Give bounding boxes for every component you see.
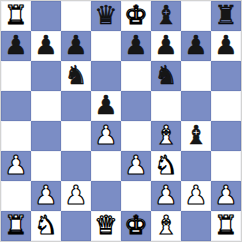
piece-black-pawn[interactable]: ♟ bbox=[94, 91, 117, 120]
square-g6[interactable] bbox=[181, 61, 211, 91]
square-e1[interactable]: ♚ bbox=[121, 211, 151, 241]
square-e2[interactable] bbox=[121, 181, 151, 211]
square-e6[interactable] bbox=[121, 61, 151, 91]
chess-board: ♜♛♚♝♜♟♟♟♟♟♟♟♞♞♟♟♝♝♟♟♞♟♟♟♟♟♜♞♛♚♝♜ bbox=[0, 0, 242, 242]
square-c2[interactable]: ♟ bbox=[61, 181, 91, 211]
piece-white-rook[interactable]: ♜ bbox=[4, 211, 27, 240]
piece-white-pawn[interactable]: ♟ bbox=[94, 121, 117, 150]
square-d8[interactable]: ♛ bbox=[91, 1, 121, 31]
square-e7[interactable]: ♟ bbox=[121, 31, 151, 61]
square-e8[interactable]: ♚ bbox=[121, 1, 151, 31]
square-h7[interactable]: ♟ bbox=[211, 31, 241, 61]
square-a1[interactable]: ♜ bbox=[1, 211, 31, 241]
square-h6[interactable] bbox=[211, 61, 241, 91]
square-d2[interactable] bbox=[91, 181, 121, 211]
square-d4[interactable]: ♟ bbox=[91, 121, 121, 151]
piece-black-pawn[interactable]: ♟ bbox=[4, 31, 27, 60]
piece-white-pawn[interactable]: ♟ bbox=[64, 181, 87, 210]
square-f8[interactable]: ♝ bbox=[151, 1, 181, 31]
square-b2[interactable]: ♟ bbox=[31, 181, 61, 211]
square-d7[interactable] bbox=[91, 31, 121, 61]
square-g1[interactable] bbox=[181, 211, 211, 241]
square-d5[interactable]: ♟ bbox=[91, 91, 121, 121]
piece-black-bishop[interactable]: ♝ bbox=[184, 121, 207, 150]
piece-white-rook[interactable]: ♜ bbox=[4, 1, 27, 30]
square-h4[interactable] bbox=[211, 121, 241, 151]
square-g3[interactable] bbox=[181, 151, 211, 181]
square-c7[interactable]: ♟ bbox=[61, 31, 91, 61]
square-a2[interactable] bbox=[1, 181, 31, 211]
square-f5[interactable] bbox=[151, 91, 181, 121]
square-c8[interactable] bbox=[61, 1, 91, 31]
square-a7[interactable]: ♟ bbox=[1, 31, 31, 61]
square-b6[interactable] bbox=[31, 61, 61, 91]
piece-black-queen[interactable]: ♛ bbox=[94, 1, 117, 30]
piece-white-king[interactable]: ♚ bbox=[124, 1, 147, 30]
piece-white-bishop[interactable]: ♝ bbox=[154, 211, 177, 240]
piece-black-pawn[interactable]: ♟ bbox=[124, 31, 147, 60]
square-h1[interactable]: ♜ bbox=[211, 211, 241, 241]
square-g4[interactable]: ♝ bbox=[181, 121, 211, 151]
piece-white-king[interactable]: ♚ bbox=[124, 211, 147, 240]
square-g2[interactable]: ♟ bbox=[181, 181, 211, 211]
square-c3[interactable] bbox=[61, 151, 91, 181]
piece-black-knight[interactable]: ♞ bbox=[154, 61, 177, 90]
square-b3[interactable] bbox=[31, 151, 61, 181]
square-a6[interactable] bbox=[1, 61, 31, 91]
piece-white-queen[interactable]: ♛ bbox=[94, 211, 117, 240]
square-h3[interactable] bbox=[211, 151, 241, 181]
square-a3[interactable]: ♟ bbox=[1, 151, 31, 181]
piece-white-rook[interactable]: ♜ bbox=[214, 211, 237, 240]
piece-black-pawn[interactable]: ♟ bbox=[64, 31, 87, 60]
piece-white-pawn[interactable]: ♟ bbox=[34, 181, 57, 210]
square-c5[interactable] bbox=[61, 91, 91, 121]
piece-black-bishop[interactable]: ♝ bbox=[154, 1, 177, 30]
square-f1[interactable]: ♝ bbox=[151, 211, 181, 241]
piece-black-pawn[interactable]: ♟ bbox=[184, 31, 207, 60]
piece-white-pawn[interactable]: ♟ bbox=[124, 151, 147, 180]
piece-black-knight[interactable]: ♞ bbox=[64, 61, 87, 90]
square-g7[interactable]: ♟ bbox=[181, 31, 211, 61]
square-h8[interactable]: ♜ bbox=[211, 1, 241, 31]
square-c4[interactable] bbox=[61, 121, 91, 151]
piece-black-rook[interactable]: ♜ bbox=[214, 1, 237, 30]
square-a4[interactable] bbox=[1, 121, 31, 151]
square-h5[interactable] bbox=[211, 91, 241, 121]
square-f7[interactable]: ♟ bbox=[151, 31, 181, 61]
square-b5[interactable] bbox=[31, 91, 61, 121]
square-a8[interactable]: ♜ bbox=[1, 1, 31, 31]
square-f4[interactable]: ♝ bbox=[151, 121, 181, 151]
piece-white-pawn[interactable]: ♟ bbox=[184, 181, 207, 210]
piece-white-knight[interactable]: ♞ bbox=[34, 211, 57, 240]
square-b7[interactable]: ♟ bbox=[31, 31, 61, 61]
square-b1[interactable]: ♞ bbox=[31, 211, 61, 241]
square-d6[interactable] bbox=[91, 61, 121, 91]
square-b4[interactable] bbox=[31, 121, 61, 151]
piece-black-pawn[interactable]: ♟ bbox=[214, 31, 237, 60]
piece-white-pawn[interactable]: ♟ bbox=[4, 151, 27, 180]
square-g8[interactable] bbox=[181, 1, 211, 31]
square-c6[interactable]: ♞ bbox=[61, 61, 91, 91]
piece-black-pawn[interactable]: ♟ bbox=[154, 31, 177, 60]
square-e5[interactable] bbox=[121, 91, 151, 121]
piece-white-pawn[interactable]: ♟ bbox=[214, 181, 237, 210]
square-g5[interactable] bbox=[181, 91, 211, 121]
square-c1[interactable] bbox=[61, 211, 91, 241]
square-f6[interactable]: ♞ bbox=[151, 61, 181, 91]
square-a5[interactable] bbox=[1, 91, 31, 121]
piece-black-pawn[interactable]: ♟ bbox=[34, 31, 57, 60]
square-e3[interactable]: ♟ bbox=[121, 151, 151, 181]
square-f2[interactable]: ♟ bbox=[151, 181, 181, 211]
piece-white-knight[interactable]: ♞ bbox=[154, 151, 177, 180]
square-h2[interactable]: ♟ bbox=[211, 181, 241, 211]
square-e4[interactable] bbox=[121, 121, 151, 151]
square-b8[interactable] bbox=[31, 1, 61, 31]
square-f3[interactable]: ♞ bbox=[151, 151, 181, 181]
square-d1[interactable]: ♛ bbox=[91, 211, 121, 241]
square-d3[interactable] bbox=[91, 151, 121, 181]
piece-white-bishop[interactable]: ♝ bbox=[154, 121, 177, 150]
piece-white-pawn[interactable]: ♟ bbox=[154, 181, 177, 210]
